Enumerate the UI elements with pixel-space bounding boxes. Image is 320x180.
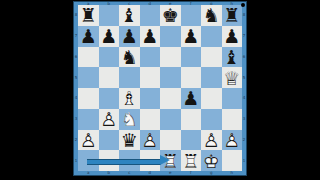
black-pawn-icon: ♟ (140, 26, 161, 47)
black-bishop-icon: ♝ (119, 5, 140, 26)
square-f8[interactable] (181, 5, 202, 26)
chess-board: abcdefgh abcdefgh 87654321 87654321 ♜♝♚♞… (73, 1, 247, 176)
square-d3[interactable] (140, 109, 161, 130)
square-d7[interactable]: ♟ (140, 26, 161, 47)
square-e7[interactable] (160, 26, 181, 47)
square-c6[interactable]: ♞ (119, 47, 140, 68)
square-e8[interactable]: ♚ (160, 5, 181, 26)
square-e1[interactable]: ♜♖ (160, 150, 181, 171)
black-pawn-icon: ♟ (181, 26, 202, 47)
square-f3[interactable] (181, 109, 202, 130)
rank-label-right-7: 7 (242, 26, 246, 47)
square-b3[interactable]: ♟♙ (99, 109, 120, 130)
square-c5[interactable] (119, 67, 140, 88)
black-knight-icon: ♞ (119, 47, 140, 68)
square-f2[interactable] (181, 130, 202, 151)
white-bishop-icon: ♝♗ (119, 88, 140, 109)
black-queen-icon: ♛ (119, 130, 140, 151)
square-d6[interactable] (140, 47, 161, 68)
white-pawn-icon: ♟♙ (222, 130, 243, 151)
square-d5[interactable] (140, 67, 161, 88)
black-pawn-icon: ♟ (99, 26, 120, 47)
rank-label-right-2: 2 (242, 130, 246, 151)
rank-label-right-6: 6 (242, 47, 246, 68)
square-b4[interactable] (99, 88, 120, 109)
square-a7[interactable]: ♟ (78, 26, 99, 47)
square-h4[interactable] (222, 88, 243, 109)
square-a4[interactable] (78, 88, 99, 109)
square-a3[interactable] (78, 109, 99, 130)
square-b1[interactable] (99, 150, 120, 171)
white-pawn-icon: ♟♙ (201, 130, 222, 151)
square-b8[interactable] (99, 5, 120, 26)
square-c4[interactable]: ♝♗ (119, 88, 140, 109)
square-h7[interactable]: ♟ (222, 26, 243, 47)
rank-label-right-3: 3 (242, 109, 246, 130)
square-a1[interactable] (78, 150, 99, 171)
file-label-bottom-e: e (160, 171, 181, 175)
file-label-bottom-d: d (140, 171, 161, 175)
square-c7[interactable]: ♟ (119, 26, 140, 47)
square-c3[interactable]: ♞♘ (119, 109, 140, 130)
square-a8[interactable]: ♜ (78, 5, 99, 26)
board-grid: ♜♝♚♞♜♟♟♟♟♟♟♞♝♛♕♝♗♟♟♙♞♘♟♙♛♟♙♟♙♟♙♜♖♜♖♚♔ (78, 5, 242, 171)
black-pawn-icon: ♟ (222, 26, 243, 47)
black-knight-icon: ♞ (201, 5, 222, 26)
square-b2[interactable] (99, 130, 120, 151)
square-d2[interactable]: ♟♙ (140, 130, 161, 151)
square-h2[interactable]: ♟♙ (222, 130, 243, 151)
file-label-bottom-a: a (78, 171, 99, 175)
square-a5[interactable] (78, 67, 99, 88)
square-b6[interactable] (99, 47, 120, 68)
rank-label-right-4: 4 (242, 88, 246, 109)
file-label-bottom-g: g (201, 171, 222, 175)
square-g3[interactable] (201, 109, 222, 130)
side-to-move-indicator (241, 3, 245, 7)
square-h3[interactable] (222, 109, 243, 130)
square-c2[interactable]: ♛ (119, 130, 140, 151)
white-king-icon: ♚♔ (201, 150, 222, 171)
rank-label-right-1: 1 (242, 150, 246, 171)
black-pawn-icon: ♟ (78, 26, 99, 47)
rank-labels-right: 87654321 (242, 5, 246, 171)
white-rook-icon: ♜♖ (160, 150, 181, 171)
square-a6[interactable] (78, 47, 99, 68)
black-bishop-icon: ♝ (222, 47, 243, 68)
square-e5[interactable] (160, 67, 181, 88)
square-g8[interactable]: ♞ (201, 5, 222, 26)
square-b7[interactable]: ♟ (99, 26, 120, 47)
square-d8[interactable] (140, 5, 161, 26)
square-e3[interactable] (160, 109, 181, 130)
square-f6[interactable] (181, 47, 202, 68)
black-rook-icon: ♜ (78, 5, 99, 26)
square-f4[interactable]: ♟ (181, 88, 202, 109)
square-d4[interactable] (140, 88, 161, 109)
white-queen-icon: ♛♕ (222, 67, 243, 88)
square-g2[interactable]: ♟♙ (201, 130, 222, 151)
square-g4[interactable] (201, 88, 222, 109)
white-knight-icon: ♞♘ (119, 109, 140, 130)
white-rook-icon: ♜♖ (181, 150, 202, 171)
square-d1[interactable] (140, 150, 161, 171)
white-pawn-icon: ♟♙ (99, 109, 120, 130)
video-frame: abcdefgh abcdefgh 87654321 87654321 ♜♝♚♞… (0, 0, 320, 180)
square-g7[interactable] (201, 26, 222, 47)
file-label-bottom-h: h (222, 171, 243, 175)
square-g5[interactable] (201, 67, 222, 88)
file-label-bottom-b: b (99, 171, 120, 175)
square-h6[interactable]: ♝ (222, 47, 243, 68)
file-labels-bottom: abcdefgh (78, 171, 242, 175)
black-king-icon: ♚ (160, 5, 181, 26)
white-pawn-icon: ♟♙ (78, 130, 99, 151)
square-c8[interactable]: ♝ (119, 5, 140, 26)
black-pawn-icon: ♟ (181, 88, 202, 109)
square-f7[interactable]: ♟ (181, 26, 202, 47)
file-label-bottom-c: c (119, 171, 140, 175)
white-pawn-icon: ♟♙ (140, 130, 161, 151)
square-h1[interactable] (222, 150, 243, 171)
black-pawn-icon: ♟ (119, 26, 140, 47)
file-label-bottom-f: f (181, 171, 202, 175)
square-h5[interactable]: ♛♕ (222, 67, 243, 88)
square-e6[interactable] (160, 47, 181, 68)
square-e2[interactable] (160, 130, 181, 151)
square-g1[interactable]: ♚♔ (201, 150, 222, 171)
square-a2[interactable]: ♟♙ (78, 130, 99, 151)
square-h8[interactable]: ♜ (222, 5, 243, 26)
square-g6[interactable] (201, 47, 222, 68)
square-f1[interactable]: ♜♖ (181, 150, 202, 171)
rank-label-right-8: 8 (242, 5, 246, 26)
rank-label-right-5: 5 (242, 67, 246, 88)
square-e4[interactable] (160, 88, 181, 109)
square-c1[interactable] (119, 150, 140, 171)
square-b5[interactable] (99, 67, 120, 88)
square-f5[interactable] (181, 67, 202, 88)
black-rook-icon: ♜ (222, 5, 243, 26)
